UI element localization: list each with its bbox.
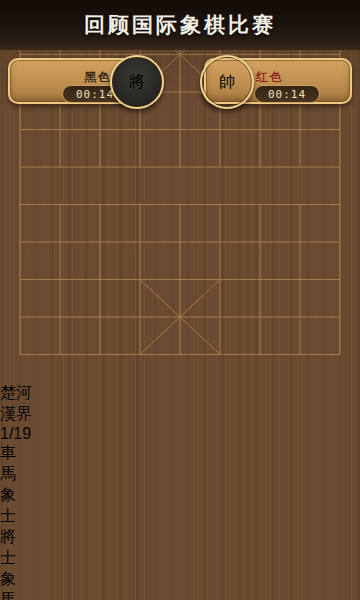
piece-layer: 車馬象士將士象馬車砲砲卒卒卒卒卒兵兵兵兵兵炮炮俥傌相仕帥仕相傌俥 (0, 443, 360, 600)
xiangqi-piece-black-士[interactable]: 士 (0, 548, 360, 569)
black-general-piece-icon: 將 (129, 72, 145, 93)
black-player-panel: 黑色 00:14 將 (8, 58, 156, 104)
black-player-avatar: 將 (110, 55, 164, 109)
river-text-chu-he: 楚河 (0, 383, 360, 404)
xiangqi-piece-black-馬[interactable]: 馬 (0, 590, 360, 600)
river-text-han-jie: 漢界 (0, 404, 360, 425)
move-counter: 1/19 (0, 425, 360, 443)
red-player-panel: 帥 红色 00:14 (204, 58, 352, 104)
xiangqi-piece-black-象[interactable]: 象 (0, 569, 360, 590)
xiangqi-piece-black-車[interactable]: 車 (0, 443, 360, 464)
red-general-piece-icon: 帥 (219, 72, 235, 93)
xiangqi-piece-black-馬[interactable]: 馬 (0, 464, 360, 485)
xiangqi-replay-app: 回顾国际象棋比赛 黑色 00:14 將 帥 红色 00:14 (0, 0, 360, 600)
xiangqi-piece-black-象[interactable]: 象 (0, 485, 360, 506)
red-player-label: 红色 (256, 69, 284, 86)
title-bar: 回顾国际象棋比赛 (0, 0, 360, 50)
page-title: 回顾国际象棋比赛 (84, 11, 276, 39)
board-grid (0, 0, 360, 379)
red-player-timer: 00:14 (254, 85, 320, 103)
xiangqi-piece-black-將[interactable]: 將 (0, 527, 360, 548)
xiangqi-piece-black-士[interactable]: 士 (0, 506, 360, 527)
red-player-avatar: 帥 (200, 55, 254, 109)
black-player-label: 黑色 (84, 69, 112, 86)
